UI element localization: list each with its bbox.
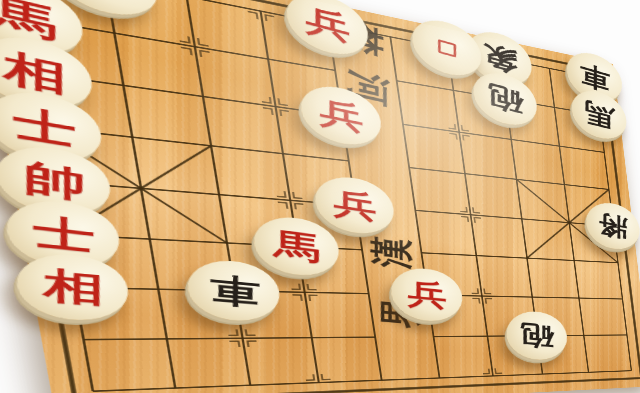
piece-character: 相 <box>43 267 104 308</box>
piece-character: 士 <box>13 104 76 151</box>
piece-character: 士 <box>33 213 95 256</box>
piece-character: 兵 <box>320 96 364 136</box>
xiangqi-photo-scene: 楚 河 漢 界 車馬將象砲砲兵兵兵兵馬車車馬相士帥士相 <box>0 0 640 393</box>
piece-character: 象 <box>483 40 518 77</box>
piece-character: 馬 <box>274 228 321 265</box>
piece-character: 砲 <box>488 81 523 117</box>
piece-character: 兵 <box>333 187 376 224</box>
river-label-han: 漢 <box>363 233 421 271</box>
piece-character: 相 <box>3 48 67 97</box>
piece-character: 兵 <box>408 278 447 310</box>
piece-character: 兵 <box>305 3 350 46</box>
piece-character: 車 <box>75 0 134 5</box>
piece-character: 將 <box>598 211 628 241</box>
xiangqi-board: 楚 河 漢 界 車馬將象砲砲兵兵兵兵馬車車馬相士帥士相 <box>0 0 640 393</box>
piece-character: 砲 <box>521 321 554 350</box>
piece-character: 車 <box>209 272 260 309</box>
piece-character: 車 <box>580 60 610 94</box>
piece-seal-mark <box>438 39 456 57</box>
piece-character: 馬 <box>584 98 614 131</box>
piece-character: 帥 <box>23 159 86 204</box>
